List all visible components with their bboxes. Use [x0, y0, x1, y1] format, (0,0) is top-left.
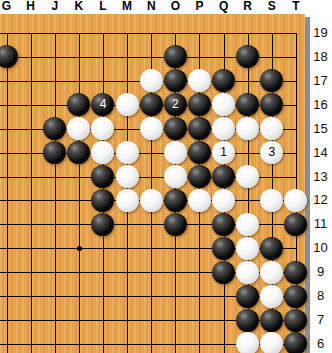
- stone-black-S10[interactable]: [260, 237, 283, 260]
- grid-line-col-G: [7, 33, 8, 353]
- stone-white-R11[interactable]: [236, 213, 259, 236]
- column-label-P: P: [190, 0, 208, 13]
- grid-line-row-19: [0, 33, 297, 34]
- stone-white-N15[interactable]: [140, 117, 163, 140]
- stone-white-S14[interactable]: 3: [260, 141, 283, 164]
- stone-white-S6[interactable]: [260, 332, 283, 353]
- column-label-L: L: [94, 0, 112, 13]
- move-number-2: 2: [164, 93, 187, 116]
- stone-white-N17[interactable]: [140, 69, 163, 92]
- column-label-M: M: [118, 0, 136, 13]
- stone-white-Q14[interactable]: 1: [212, 141, 235, 164]
- stone-black-O17[interactable]: [164, 69, 187, 92]
- column-label-T: T: [287, 0, 305, 13]
- stone-black-R7[interactable]: [236, 309, 259, 332]
- stone-white-N12[interactable]: [140, 189, 163, 212]
- stone-black-P13[interactable]: [188, 165, 211, 188]
- row-label-12: 12: [310, 193, 331, 207]
- column-label-J: J: [46, 0, 64, 13]
- column-label-O: O: [166, 0, 184, 13]
- row-label-6: 6: [310, 337, 331, 351]
- stone-black-T8[interactable]: [284, 285, 307, 308]
- row-label-18: 18: [310, 50, 331, 64]
- stone-white-M16[interactable]: [116, 93, 139, 116]
- stone-black-S7[interactable]: [260, 309, 283, 332]
- column-label-H: H: [22, 0, 40, 13]
- column-label-Q: Q: [215, 0, 233, 13]
- row-label-8: 8: [310, 289, 331, 303]
- stone-black-P14[interactable]: [188, 141, 211, 164]
- move-number-3: 3: [260, 141, 283, 164]
- row-label-11: 11: [310, 217, 331, 231]
- stone-white-Q12[interactable]: [212, 189, 235, 212]
- row-label-19: 19: [310, 26, 331, 40]
- stone-black-T7[interactable]: [284, 309, 307, 332]
- column-label-N: N: [142, 0, 160, 13]
- stone-white-S8[interactable]: [260, 285, 283, 308]
- stone-black-O12[interactable]: [164, 189, 187, 212]
- stone-white-R9[interactable]: [236, 261, 259, 284]
- stone-black-P15[interactable]: [188, 117, 211, 140]
- column-label-K: K: [70, 0, 88, 13]
- column-label-S: S: [263, 0, 281, 13]
- stone-black-T9[interactable]: [284, 261, 307, 284]
- grid-line-col-H: [31, 33, 32, 353]
- stone-white-R10[interactable]: [236, 237, 259, 260]
- row-label-17: 17: [310, 74, 331, 88]
- stone-black-R8[interactable]: [236, 285, 259, 308]
- go-board-app: 4213 GHJKLMNOPQRST 191817161514131211109…: [0, 0, 332, 353]
- move-number-1: 1: [212, 141, 235, 164]
- stone-black-T6[interactable]: [284, 332, 307, 353]
- stone-black-O11[interactable]: [164, 213, 187, 236]
- stone-white-M14[interactable]: [116, 141, 139, 164]
- stone-white-M13[interactable]: [116, 165, 139, 188]
- stone-white-S9[interactable]: [260, 261, 283, 284]
- row-label-13: 13: [310, 170, 331, 184]
- column-label-G: G: [0, 0, 16, 13]
- stone-white-O14[interactable]: [164, 141, 187, 164]
- stone-white-O13[interactable]: [164, 165, 187, 188]
- row-label-7: 7: [310, 313, 331, 327]
- move-number-4: 4: [91, 93, 114, 116]
- go-board[interactable]: [0, 14, 305, 353]
- grid-line-col-J: [55, 33, 56, 353]
- row-label-14: 14: [310, 146, 331, 160]
- stone-white-M12[interactable]: [116, 189, 139, 212]
- column-label-R: R: [239, 0, 257, 13]
- row-label-9: 9: [310, 265, 331, 279]
- row-label-15: 15: [310, 122, 331, 136]
- stone-black-Q9[interactable]: [212, 261, 235, 284]
- stone-black-O15[interactable]: [164, 117, 187, 140]
- stone-white-R6[interactable]: [236, 332, 259, 353]
- stone-black-Q11[interactable]: [212, 213, 235, 236]
- stone-black-L16[interactable]: 4: [91, 93, 114, 116]
- row-label-16: 16: [310, 98, 331, 112]
- grid-line-col-K: [79, 33, 80, 353]
- stone-black-N16[interactable]: [140, 93, 163, 116]
- stone-white-P12[interactable]: [188, 189, 211, 212]
- stone-black-Q10[interactable]: [212, 237, 235, 260]
- row-label-10: 10: [310, 241, 331, 255]
- stone-black-O16[interactable]: 2: [164, 93, 187, 116]
- stone-black-Q13[interactable]: [212, 165, 235, 188]
